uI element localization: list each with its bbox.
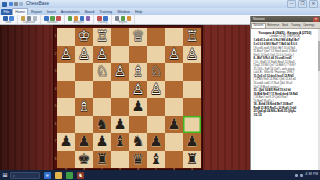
- white-pawn[interactable]: ♙: [165, 46, 183, 64]
- square-a6[interactable]: [183, 116, 201, 134]
- square-f8[interactable]: ♜: [93, 151, 111, 169]
- square-e3[interactable]: ♙: [111, 63, 129, 81]
- rank-coordinates: 12345678: [54, 28, 57, 168]
- square-c2[interactable]: [147, 46, 165, 64]
- square-h8[interactable]: [57, 151, 75, 169]
- square-f7[interactable]: ♟: [93, 133, 111, 151]
- square-g6[interactable]: [75, 116, 93, 134]
- black-pawn[interactable]: ♟: [111, 116, 129, 134]
- quick-access-toolbar: [9, 2, 23, 6]
- ribbon-group-label: Analysis: [74, 21, 84, 25]
- notation-moves: 1.d4 d5 2.c4 e6 3.Nc3 Nf6 4.Bg5 Be75.e3 …: [254, 39, 317, 117]
- square-f2[interactable]: ♙: [93, 46, 111, 64]
- title-bar: ChessBase ─ ❐ ✕: [0, 0, 320, 8]
- square-b1[interactable]: [165, 28, 183, 46]
- notation-panel: Notation ✕ NotationReferenceBookTraining…: [250, 16, 320, 170]
- black-king[interactable]: ♚: [75, 151, 93, 169]
- square-h5[interactable]: [57, 98, 75, 116]
- square-d3[interactable]: ♗: [129, 63, 147, 81]
- square-e1[interactable]: [111, 28, 129, 46]
- black-pawn[interactable]: ♟: [183, 133, 201, 151]
- square-d1[interactable]: ♕: [129, 28, 147, 46]
- square-g4[interactable]: [75, 81, 93, 99]
- black-pawn[interactable]: ♟: [165, 116, 183, 134]
- square-a5[interactable]: [183, 98, 201, 116]
- rank-label-2: 2: [54, 46, 57, 64]
- square-b8[interactable]: [165, 151, 183, 169]
- rank-label-8: 8: [54, 151, 57, 169]
- chess-board[interactable]: ♔♖♕♖♙♙♙♙♙♘♙♗♘♙♙♗♟♞♟♟♟♟♟♝♞♟♟♚♜♛♝♜: [57, 28, 201, 168]
- search-icon: ⌕: [13, 173, 15, 178]
- black-bishop[interactable]: ♝: [111, 133, 129, 151]
- black-queen[interactable]: ♛: [129, 151, 147, 169]
- square-c4[interactable]: ♙: [147, 81, 165, 99]
- ribbon-group-training: Training: [94, 15, 112, 24]
- notation-panel-tabs: NotationReferenceBookTrainingOpenings: [251, 22, 320, 29]
- white-pawn[interactable]: ♙: [111, 63, 129, 81]
- window-controls: ─ ❐ ✕: [287, 0, 318, 8]
- white-king[interactable]: ♔: [75, 28, 93, 46]
- tray-icon[interactable]: [300, 174, 303, 177]
- square-c6[interactable]: [147, 116, 165, 134]
- tab-home[interactable]: Home: [12, 8, 29, 15]
- square-h1[interactable]: [57, 28, 75, 46]
- square-g3[interactable]: [75, 63, 93, 81]
- square-f1[interactable]: ♖: [93, 28, 111, 46]
- square-e2[interactable]: [111, 46, 129, 64]
- square-d4[interactable]: ♙: [129, 81, 147, 99]
- notation-line[interactable]: 1/2-1/2: [254, 114, 317, 118]
- white-pawn[interactable]: ♙: [183, 46, 201, 64]
- browser-icon[interactable]: e: [44, 172, 51, 179]
- square-c8[interactable]: ♝: [147, 151, 165, 169]
- ribbon-group-notation: Notation: [41, 15, 65, 24]
- square-b6[interactable]: ♟: [165, 116, 183, 134]
- square-g7[interactable]: ♟: [75, 133, 93, 151]
- black-pawn[interactable]: ♟: [129, 98, 147, 116]
- square-g5[interactable]: ♗: [75, 98, 93, 116]
- game-players-header: Yusupov,A (2645) - Karpov,A (2750): [254, 31, 317, 35]
- square-d5[interactable]: ♟: [129, 98, 147, 116]
- close-button[interactable]: ✕: [309, 0, 318, 8]
- square-e7[interactable]: ♝: [111, 133, 129, 151]
- square-h7[interactable]: ♟: [57, 133, 75, 151]
- black-pawn[interactable]: ♟: [57, 133, 75, 151]
- square-c5[interactable]: [147, 98, 165, 116]
- game-event-header: London Ct (3) 1989 [D58]: [254, 35, 317, 38]
- start-button[interactable]: ⊞: [0, 170, 10, 180]
- app-green-icon[interactable]: [66, 172, 73, 179]
- square-d6[interactable]: [129, 116, 147, 134]
- panel-tab-notation[interactable]: Notation: [251, 23, 266, 29]
- square-a2[interactable]: ♙: [183, 46, 201, 64]
- square-b3[interactable]: [165, 63, 183, 81]
- square-f6[interactable]: ♞: [93, 116, 111, 134]
- white-bishop[interactable]: ♗: [129, 63, 147, 81]
- square-e4[interactable]: [111, 81, 129, 99]
- save-icon[interactable]: [9, 2, 13, 6]
- ribbon-group-label: Clipboard: [23, 21, 35, 25]
- rank-label-4: 4: [54, 81, 57, 99]
- ribbon-group-label: Training: [97, 21, 107, 25]
- undo-icon[interactable]: [14, 2, 18, 6]
- minimize-button[interactable]: ─: [287, 0, 296, 8]
- taskbar: ⊞ ⌕ e♞ ︿ 4:38 PM: [0, 170, 320, 180]
- rank-label-5: 5: [54, 98, 57, 116]
- square-h3[interactable]: [57, 63, 75, 81]
- white-pawn[interactable]: ♙: [147, 81, 165, 99]
- analysis-tool-icon[interactable]: [68, 16, 73, 21]
- chessbase-icon[interactable]: ♞: [77, 172, 84, 179]
- white-knight[interactable]: ♘: [147, 63, 165, 81]
- app-icon: [2, 2, 7, 7]
- black-pawn[interactable]: ♟: [93, 133, 111, 151]
- ribbon-group-analysis: Analysis: [65, 15, 95, 24]
- redo-icon[interactable]: [19, 2, 23, 6]
- ribbon-group-label: Notation: [47, 21, 57, 25]
- ribbon-group-label: Engine: [118, 21, 127, 25]
- white-pawn[interactable]: ♙: [57, 46, 75, 64]
- white-rook[interactable]: ♖: [183, 28, 201, 46]
- ribbon-group-engine: Engine: [112, 15, 136, 24]
- black-pawn[interactable]: ♟: [147, 133, 165, 151]
- maximize-button[interactable]: ❐: [298, 0, 307, 8]
- square-b5[interactable]: [165, 98, 183, 116]
- square-d8[interactable]: ♛: [129, 151, 147, 169]
- folder-icon[interactable]: [55, 172, 62, 179]
- square-b7[interactable]: [165, 133, 183, 151]
- ribbon-group-clipboard: Clipboard: [18, 15, 42, 24]
- panel-close-icon[interactable]: ✕: [313, 17, 319, 22]
- panel-tab-book[interactable]: Book: [281, 24, 290, 29]
- square-a7[interactable]: ♟: [183, 133, 201, 151]
- ribbon-group-new: New: [0, 15, 18, 24]
- white-rook[interactable]: ♖: [93, 28, 111, 46]
- system-tray: ︿ 4:38 PM: [289, 170, 318, 180]
- square-b2[interactable]: ♙: [165, 46, 183, 64]
- analysis-tool-icon[interactable]: [86, 16, 91, 21]
- black-rook[interactable]: ♜: [93, 151, 111, 169]
- square-g1[interactable]: ♔: [75, 28, 93, 46]
- white-pawn[interactable]: ♙: [75, 46, 93, 64]
- tray-chevron-icon[interactable]: ︿: [289, 170, 293, 180]
- square-h2[interactable]: ♙: [57, 46, 75, 64]
- window-title: ChessBase: [26, 0, 287, 8]
- square-h4[interactable]: [57, 81, 75, 99]
- square-c3[interactable]: ♘: [147, 63, 165, 81]
- square-h6[interactable]: [57, 116, 75, 134]
- square-g8[interactable]: ♚: [75, 151, 93, 169]
- square-e6[interactable]: ♟: [111, 116, 129, 134]
- white-knight[interactable]: ♘: [93, 63, 111, 81]
- square-e8[interactable]: [111, 151, 129, 169]
- taskbar-clock[interactable]: 4:38 PM: [305, 173, 318, 177]
- white-pawn[interactable]: ♙: [93, 46, 111, 64]
- white-pawn[interactable]: ♙: [129, 81, 147, 99]
- taskbar-app-icons: e♞: [44, 172, 289, 179]
- black-bishop[interactable]: ♝: [147, 151, 165, 169]
- square-a4[interactable]: [183, 81, 201, 99]
- ribbon-group-label: New: [5, 21, 11, 25]
- panel-tab-reference[interactable]: Reference: [266, 24, 281, 29]
- rank-label-3: 3: [54, 63, 57, 81]
- black-pawn[interactable]: ♟: [75, 133, 93, 151]
- square-f3[interactable]: ♘: [93, 63, 111, 81]
- tray-icon[interactable]: [295, 174, 298, 177]
- square-f4[interactable]: [93, 81, 111, 99]
- white-bishop[interactable]: ♗: [75, 98, 93, 116]
- rank-label-1: 1: [54, 28, 57, 46]
- square-b4[interactable]: [165, 81, 183, 99]
- taskbar-search-input[interactable]: ⌕: [10, 172, 40, 179]
- square-a3[interactable]: [183, 63, 201, 81]
- square-c1[interactable]: [147, 28, 165, 46]
- black-rook[interactable]: ♜: [183, 151, 201, 169]
- chessbase-window: ChessBase ─ ❐ ✕ FileHomeReportInsertAnno…: [0, 0, 320, 180]
- ribbon-tab-bar: FileHomeReportInsertAnnotationsBoardTrai…: [0, 8, 320, 15]
- square-g2[interactable]: ♙: [75, 46, 93, 64]
- panel-tab-openings[interactable]: Openings: [302, 24, 316, 29]
- rank-label-7: 7: [54, 133, 57, 151]
- engine-tool-icon[interactable]: [127, 16, 132, 21]
- rank-label-6: 6: [54, 116, 57, 134]
- black-knight[interactable]: ♞: [93, 116, 111, 134]
- square-e5[interactable]: [111, 98, 129, 116]
- square-a1[interactable]: ♖: [183, 28, 201, 46]
- square-a8[interactable]: ♜: [183, 151, 201, 169]
- square-f5[interactable]: [93, 98, 111, 116]
- panel-tab-training[interactable]: Training: [290, 24, 302, 29]
- square-d2[interactable]: [129, 46, 147, 64]
- square-c7[interactable]: ♟: [147, 133, 165, 151]
- black-knight[interactable]: ♞: [129, 133, 147, 151]
- square-d7[interactable]: ♞: [129, 133, 147, 151]
- notation-content: Yusupov,A (2645) - Karpov,A (2750) Londo…: [251, 29, 320, 170]
- chess-board-frame: ♔♖♕♖♙♙♙♙♙♘♙♗♘♙♙♗♟♞♟♟♟♟♟♝♞♟♟♚♜♛♝♜ hgfedcb…: [53, 25, 203, 170]
- white-queen[interactable]: ♕: [129, 28, 147, 46]
